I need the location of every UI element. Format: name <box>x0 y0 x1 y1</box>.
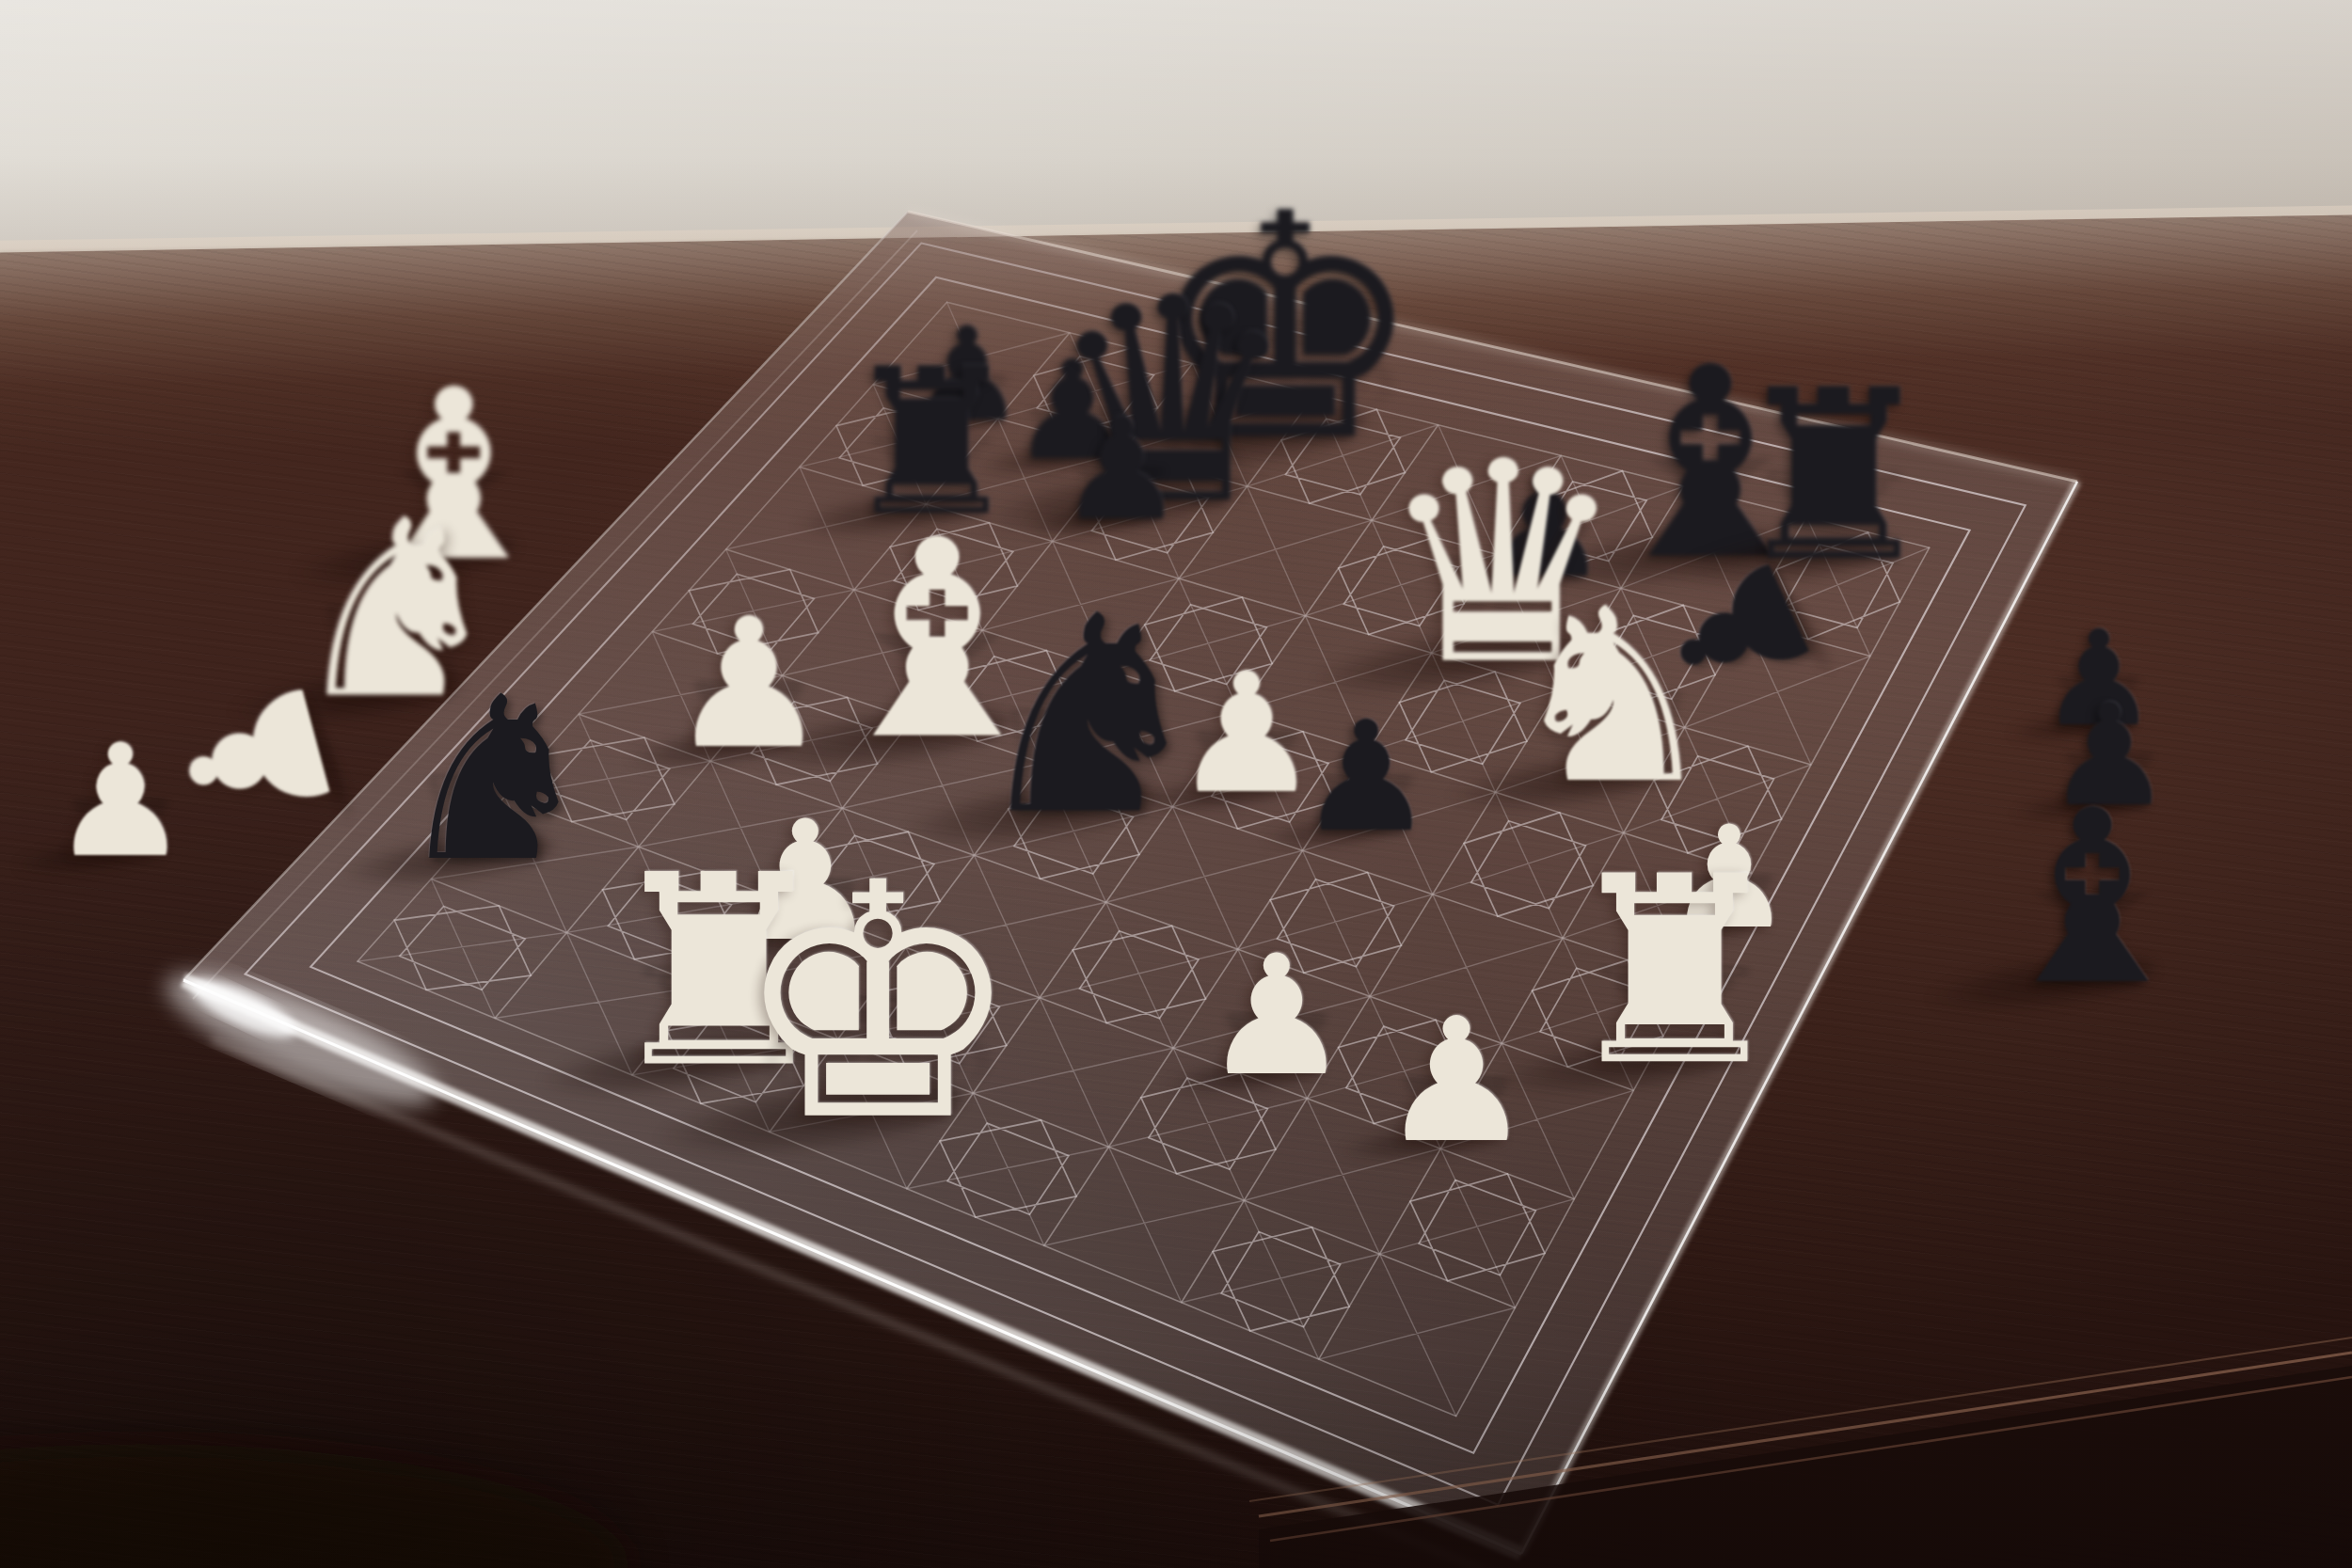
black-pawn[interactable]: ♟♟ <box>1058 416 1184 523</box>
white-pawn-captured[interactable]: ♟♟ <box>51 743 190 861</box>
pawn-icon: ♟ <box>1202 954 1351 1080</box>
pawn-icon: ♟ <box>669 617 829 752</box>
pawn-icon: ♟ <box>1297 720 1434 835</box>
pawn-icon: ♟ <box>1379 1016 1533 1146</box>
white-pawn[interactable]: ♟♟ <box>1379 1016 1533 1146</box>
king-icon: ♚ <box>732 880 1023 1127</box>
pawn-icon: ♟ <box>1058 416 1184 523</box>
black-rook[interactable]: ♜♜ <box>1728 388 1939 566</box>
white-pawn[interactable]: ♟♟ <box>669 617 829 752</box>
pawn-icon: ♟ <box>51 743 190 861</box>
white-pawn-captured[interactable]: ♟ <box>171 661 344 851</box>
white-pawn[interactable]: ♟♟ <box>1202 954 1351 1080</box>
black-pawn[interactable]: ♟♟ <box>1297 720 1434 835</box>
white-rook[interactable]: ♜♜ <box>1559 874 1791 1070</box>
black-knight[interactable]: ♞♞ <box>966 613 1211 820</box>
black-knight[interactable]: ♞♞ <box>392 694 595 865</box>
pawn-icon: ♟ <box>171 661 344 851</box>
bishop-icon: ♝ <box>1985 807 2201 990</box>
white-king[interactable]: ♚♚ <box>732 880 1023 1127</box>
knight-icon: ♞ <box>966 613 1211 820</box>
white-knight[interactable]: ♞♞ <box>1505 606 1721 788</box>
pieces-layer: ♟♟♚♚♟♟♛♛♜♜♟♟♝♝♜♜♝♝♟♟♟♛♛♞♞♟♟♝♝♟♟♟♞♞♟♟♟♟♞♞… <box>0 0 2352 1568</box>
rook-icon: ♜ <box>1559 874 1791 1070</box>
rook-icon: ♜ <box>1728 388 1939 566</box>
knight-icon: ♞ <box>1505 606 1721 788</box>
knight-icon: ♞ <box>392 694 595 865</box>
photo-scene: ♟♟♚♚♟♟♛♛♜♜♟♟♝♝♜♜♝♝♟♟♟♛♛♞♞♟♟♝♝♟♟♟♞♞♟♟♟♟♞♞… <box>0 0 2352 1568</box>
black-bishop-captured[interactable]: ♝♝ <box>1985 807 2201 990</box>
